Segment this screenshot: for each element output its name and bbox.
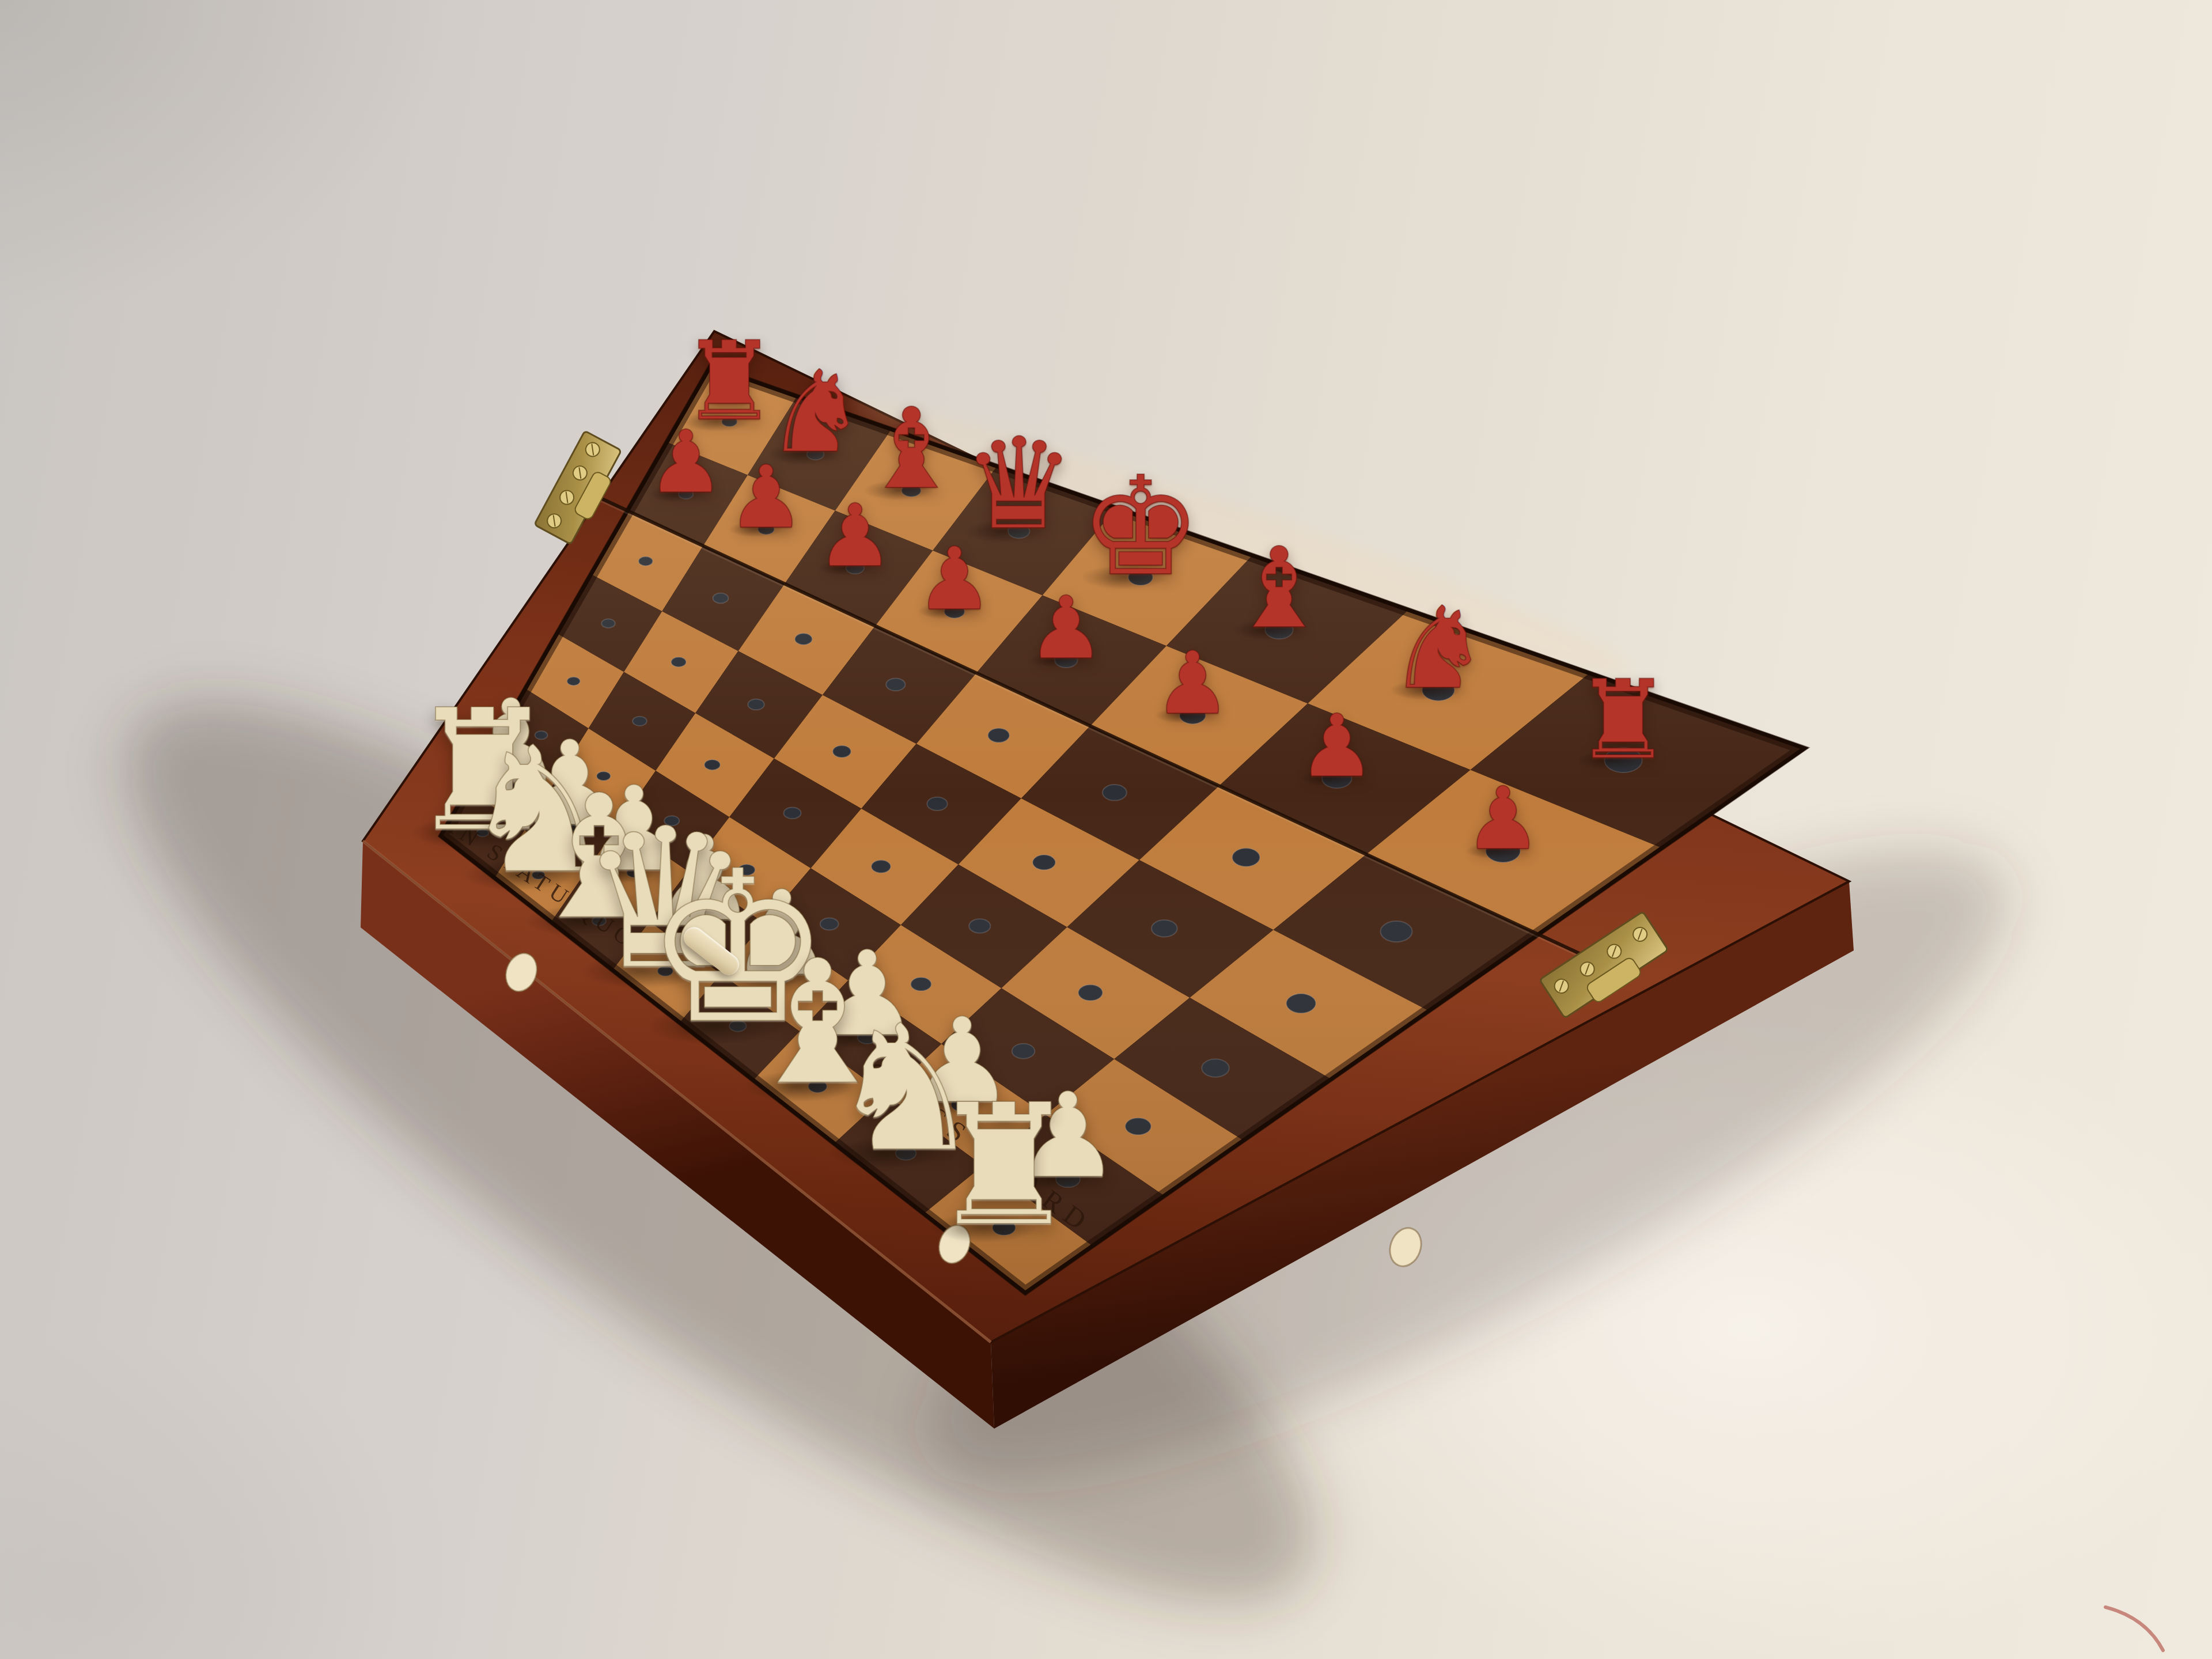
piece-red-pawn-f7: ♟ [1154, 640, 1231, 726]
piece-red-pawn-d7: ♟ [916, 536, 993, 623]
piece-red-pawn-h7: ♟ [1464, 776, 1541, 862]
pieces-layer: ♜♞♝♟♟♛♟♚♟♝♟♞♟♜♟♟♟♜♟♟♞♝♟♛♟♚♟♝♟♞♟♜ [0, 0, 2212, 1659]
piece-red-king-e8: ♚ [1080, 459, 1202, 595]
piece-red-rook-h8: ♜ [1575, 665, 1672, 774]
piece-red-pawn-g7: ♟ [1298, 703, 1375, 790]
photo-scene: IN STATU QUO CHESS BOARD ♜♞♝♟♟♛♟♚♟♝♟♞♟♜♟… [0, 0, 2212, 1659]
piece-red-pawn-c7: ♟ [816, 493, 893, 579]
piece-red-pawn-a7: ♟ [647, 419, 724, 505]
piece-red-pawn-b7: ♟ [728, 454, 805, 540]
piece-red-bishop-f8: ♝ [1229, 533, 1329, 644]
piece-red-pawn-e7: ♟ [1028, 585, 1105, 672]
piece-red-knight-g8: ♞ [1388, 592, 1489, 704]
piece-white-rook-h1: ♜ [929, 1082, 1079, 1249]
